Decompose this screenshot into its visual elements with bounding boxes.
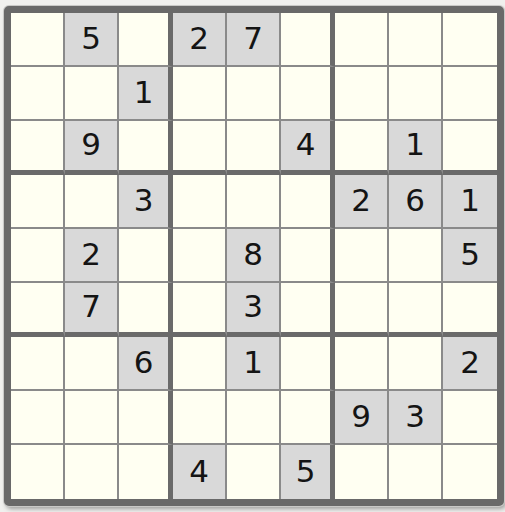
cell-r1c8[interactable]	[389, 13, 443, 67]
cell-r5c5[interactable]: 8	[227, 229, 281, 283]
given-digit: 2	[189, 23, 209, 56]
given-digit: 5	[81, 23, 101, 56]
cell-r9c4[interactable]: 4	[173, 445, 227, 499]
cell-r7c2[interactable]	[65, 337, 119, 391]
cell-r8c6[interactable]	[281, 391, 335, 445]
cell-r1c2[interactable]: 5	[65, 13, 119, 67]
given-digit: 2	[460, 347, 480, 380]
given-digit: 3	[405, 401, 425, 434]
cell-r6c6[interactable]	[281, 283, 335, 337]
cell-r8c7[interactable]: 9	[335, 391, 389, 445]
given-digit: 5	[296, 456, 316, 489]
cell-r7c1[interactable]	[11, 337, 65, 391]
given-digit: 4	[296, 129, 316, 162]
cell-r7c8[interactable]	[389, 337, 443, 391]
cell-r4c5[interactable]	[227, 175, 281, 229]
cell-r3c5[interactable]	[227, 121, 281, 175]
given-digit: 1	[405, 129, 425, 162]
cell-r5c6[interactable]	[281, 229, 335, 283]
cell-r3c2[interactable]: 9	[65, 121, 119, 175]
cell-r7c4[interactable]	[173, 337, 227, 391]
cell-r3c6[interactable]: 4	[281, 121, 335, 175]
given-digit: 3	[134, 185, 154, 218]
cell-r9c7[interactable]	[335, 445, 389, 499]
cell-r4c4[interactable]	[173, 175, 227, 229]
cell-r2c2[interactable]	[65, 67, 119, 121]
cell-r4c2[interactable]	[65, 175, 119, 229]
cell-r5c9[interactable]: 5	[443, 229, 497, 283]
given-digit: 8	[243, 239, 263, 272]
cell-r4c3[interactable]: 3	[119, 175, 173, 229]
cell-r3c3[interactable]	[119, 121, 173, 175]
cell-r5c1[interactable]	[11, 229, 65, 283]
cell-r6c1[interactable]	[11, 283, 65, 337]
cell-r7c7[interactable]	[335, 337, 389, 391]
cell-r3c4[interactable]	[173, 121, 227, 175]
cell-r9c8[interactable]	[389, 445, 443, 499]
cell-r2c5[interactable]	[227, 67, 281, 121]
cell-r2c7[interactable]	[335, 67, 389, 121]
cell-r7c9[interactable]: 2	[443, 337, 497, 391]
cell-r1c5[interactable]: 7	[227, 13, 281, 67]
cell-r1c9[interactable]	[443, 13, 497, 67]
cell-r7c5[interactable]: 1	[227, 337, 281, 391]
page: 52719413261285736129345	[0, 0, 505, 512]
cell-r8c5[interactable]	[227, 391, 281, 445]
cell-r6c3[interactable]	[119, 283, 173, 337]
cell-r7c3[interactable]: 6	[119, 337, 173, 391]
cell-r3c7[interactable]	[335, 121, 389, 175]
cell-r8c1[interactable]	[11, 391, 65, 445]
given-digit: 4	[189, 456, 209, 489]
cell-r7c6[interactable]	[281, 337, 335, 391]
cell-r8c3[interactable]	[119, 391, 173, 445]
cell-r5c2[interactable]: 2	[65, 229, 119, 283]
cell-r2c1[interactable]	[11, 67, 65, 121]
given-digit: 1	[243, 347, 263, 380]
cell-r6c7[interactable]	[335, 283, 389, 337]
cell-r4c9[interactable]: 1	[443, 175, 497, 229]
cell-r6c2[interactable]: 7	[65, 283, 119, 337]
cell-r9c6[interactable]: 5	[281, 445, 335, 499]
given-digit: 2	[351, 185, 371, 218]
cell-r5c3[interactable]	[119, 229, 173, 283]
cell-r9c9[interactable]	[443, 445, 497, 499]
cell-r6c4[interactable]	[173, 283, 227, 337]
cell-r4c6[interactable]	[281, 175, 335, 229]
given-digit: 5	[460, 239, 480, 272]
cell-r8c8[interactable]: 3	[389, 391, 443, 445]
cell-r9c5[interactable]	[227, 445, 281, 499]
cell-r8c2[interactable]	[65, 391, 119, 445]
given-digit: 2	[81, 239, 101, 272]
given-digit: 6	[134, 347, 154, 380]
cell-r5c8[interactable]	[389, 229, 443, 283]
cell-r6c5[interactable]: 3	[227, 283, 281, 337]
cell-r1c3[interactable]	[119, 13, 173, 67]
sudoku-board: 52719413261285736129345	[4, 6, 504, 506]
cell-r2c4[interactable]	[173, 67, 227, 121]
cell-r6c8[interactable]	[389, 283, 443, 337]
cell-r9c3[interactable]	[119, 445, 173, 499]
cell-r4c1[interactable]	[11, 175, 65, 229]
given-digit: 9	[81, 129, 101, 162]
cell-r3c1[interactable]	[11, 121, 65, 175]
cell-r1c7[interactable]	[335, 13, 389, 67]
cell-r5c4[interactable]	[173, 229, 227, 283]
cell-r6c9[interactable]	[443, 283, 497, 337]
cell-r8c9[interactable]	[443, 391, 497, 445]
cell-r1c4[interactable]: 2	[173, 13, 227, 67]
cell-r3c8[interactable]: 1	[389, 121, 443, 175]
given-digit: 7	[243, 23, 263, 56]
cell-r9c1[interactable]	[11, 445, 65, 499]
cell-r2c8[interactable]	[389, 67, 443, 121]
cell-r2c9[interactable]	[443, 67, 497, 121]
cell-r4c8[interactable]: 6	[389, 175, 443, 229]
cell-r2c6[interactable]	[281, 67, 335, 121]
cell-r4c7[interactable]: 2	[335, 175, 389, 229]
given-digit: 7	[81, 291, 101, 324]
cell-r9c2[interactable]	[65, 445, 119, 499]
cell-r2c3[interactable]: 1	[119, 67, 173, 121]
given-digit: 1	[460, 185, 480, 218]
given-digit: 1	[134, 77, 154, 110]
given-digit: 6	[405, 185, 425, 218]
cell-r1c6[interactable]	[281, 13, 335, 67]
cell-r3c9[interactable]	[443, 121, 497, 175]
given-digit: 3	[243, 291, 263, 324]
cell-r8c4[interactable]	[173, 391, 227, 445]
given-digit: 9	[351, 401, 371, 434]
cell-r5c7[interactable]	[335, 229, 389, 283]
cell-r1c1[interactable]	[11, 13, 65, 67]
